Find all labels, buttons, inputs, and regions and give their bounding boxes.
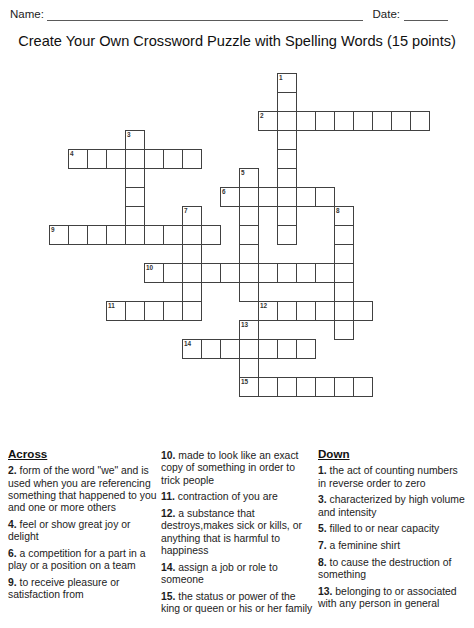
clue-number-label: 7. <box>318 540 327 551</box>
grid-cell-r8c7[interactable] <box>182 225 202 245</box>
grid-cell-r6c9[interactable]: 6 <box>220 187 240 207</box>
grid-cell-r13c15[interactable] <box>334 320 354 340</box>
grid-cell-r12c7[interactable] <box>182 301 202 321</box>
grid-cell-r10c14[interactable] <box>315 263 335 283</box>
grid-cell-r16c16[interactable] <box>353 377 373 397</box>
clue-text: to cause the destruction of something <box>318 557 451 580</box>
name-label: Name: <box>10 8 44 21</box>
clue-number-label: 5. <box>318 523 327 534</box>
grid-cell-r2c17[interactable] <box>372 111 392 131</box>
cell-number-1: 1 <box>279 74 283 81</box>
clue-item-13: 13. belonging to or associated with any … <box>318 586 468 611</box>
grid-cell-r16c12[interactable] <box>277 377 297 397</box>
cell-number-2: 2 <box>260 112 264 119</box>
clue-text: made to look like an exact copy of somet… <box>161 450 298 486</box>
grid-cell-r15c10[interactable] <box>239 358 259 378</box>
grid-cell-r9c15[interactable] <box>334 244 354 264</box>
grid-cell-r8c15[interactable] <box>334 225 354 245</box>
clue-text: the act of counting numbers in reverse o… <box>318 465 458 488</box>
grid-cell-r11c10[interactable] <box>239 282 259 302</box>
grid-cell-r10c7[interactable] <box>182 263 202 283</box>
grid-cell-r16c10[interactable]: 15 <box>239 377 259 397</box>
clue-item-14: 14. assign a job or role to someone <box>161 562 315 587</box>
grid-cell-r14c11[interactable] <box>258 339 278 359</box>
clue-text: characterized by high volume and intensi… <box>318 494 465 517</box>
clue-number-label: 6. <box>8 548 17 559</box>
grid-cell-r5c12[interactable] <box>277 168 297 188</box>
cell-number-14: 14 <box>184 340 191 347</box>
clue-item-10: 10. made to look like an exact copy of s… <box>161 450 315 487</box>
grid-cell-r10c10[interactable] <box>239 263 259 283</box>
grid-cell-r5c10[interactable]: 5 <box>239 168 259 188</box>
clue-item-3: 3. characterized by high volume and inte… <box>318 494 468 519</box>
grid-cell-r12c15[interactable] <box>334 301 354 321</box>
cell-number-11: 11 <box>108 302 115 309</box>
clue-number-label: 4. <box>8 519 17 530</box>
grid-cell-r4c12[interactable] <box>277 149 297 169</box>
clue-text: contraction of you are <box>175 491 278 502</box>
clue-text: a substance that destroys,makes sick or … <box>161 508 302 556</box>
cell-number-5: 5 <box>241 169 245 176</box>
grid-cell-r14c9[interactable] <box>220 339 240 359</box>
grid-cell-r10c13[interactable] <box>296 263 316 283</box>
grid-cell-r6c4[interactable] <box>125 187 145 207</box>
header: Name: Date: <box>10 6 448 21</box>
cell-number-3: 3 <box>127 131 131 138</box>
cell-number-12: 12 <box>260 302 267 309</box>
clue-number-label: 9. <box>8 577 17 588</box>
grid-cell-r10c8[interactable] <box>201 263 221 283</box>
clue-item-4: 4. feel or show great joy or delight <box>8 519 160 544</box>
clue-item-2: 2. form of the word "we" and is used whe… <box>8 465 160 514</box>
clue-item-8: 8. to cause the destruction of something <box>318 557 468 582</box>
grid-cell-r12c13[interactable] <box>296 301 316 321</box>
grid-cell-r6c10[interactable] <box>239 187 259 207</box>
clue-item-1: 1. the act of counting numbers in revers… <box>318 465 468 490</box>
date-input-line[interactable] <box>404 6 448 21</box>
clue-text: filled to or near capacity <box>327 523 440 534</box>
clue-number-label: 2. <box>8 465 17 476</box>
clue-item-12: 12. a substance that destroys,makes sick… <box>161 508 315 557</box>
grid-cell-r6c13[interactable] <box>296 187 316 207</box>
grid-cell-r10c9[interactable] <box>220 263 240 283</box>
clue-number-label: 13. <box>318 586 332 597</box>
grid-cell-r11c7[interactable] <box>182 282 202 302</box>
clue-text: assign a job or role to someone <box>161 562 278 585</box>
grid-cell-r9c10[interactable] <box>239 244 259 264</box>
grid-cell-r12c3[interactable]: 11 <box>106 301 126 321</box>
grid-cell-r6c11[interactable] <box>258 187 278 207</box>
grid-cell-r8c12[interactable] <box>277 225 297 245</box>
grid-cell-r12c14[interactable] <box>315 301 335 321</box>
clue-number-label: 1. <box>318 465 327 476</box>
cell-number-10: 10 <box>146 264 153 271</box>
cell-number-15: 15 <box>241 378 248 385</box>
grid-cell-r4c2[interactable] <box>87 149 107 169</box>
grid-cell-r16c11[interactable] <box>258 377 278 397</box>
grid-cell-r12c5[interactable] <box>144 301 164 321</box>
grid-cell-r4c7[interactable] <box>182 149 202 169</box>
grid-cell-r7c7[interactable]: 7 <box>182 206 202 226</box>
clue-item-5: 5. filled to or near capacity <box>318 523 468 535</box>
grid-cell-r8c1[interactable] <box>68 225 88 245</box>
clue-item-11: 11. contraction of you are <box>161 491 315 503</box>
clue-text: form of the word "we" and is used when y… <box>8 465 156 513</box>
cell-number-4: 4 <box>70 150 74 157</box>
clue-number-label: 8. <box>318 557 327 568</box>
crossword-grid: 123456789101112131415 <box>49 73 430 397</box>
grid-cell-r16c13[interactable] <box>296 377 316 397</box>
grid-cell-r14c13[interactable] <box>296 339 316 359</box>
grid-cell-r12c6[interactable] <box>163 301 183 321</box>
clue-text: the status or power of the king or queen… <box>161 591 312 614</box>
grid-cell-r2c15[interactable] <box>334 111 354 131</box>
name-input-line[interactable] <box>47 6 363 21</box>
across-clues-column-2: 10. made to look like an exact copy of s… <box>161 448 315 620</box>
grid-cell-r3c12[interactable] <box>277 130 297 150</box>
grid-cell-r16c14[interactable] <box>315 377 335 397</box>
grid-cell-r8c5[interactable] <box>144 225 164 245</box>
grid-cell-r4c6[interactable] <box>163 149 183 169</box>
clue-number-label: 11. <box>161 491 175 502</box>
across-clue-list-2: 10. made to look like an exact copy of s… <box>161 450 315 616</box>
clue-text: to receive pleasure or satisfaction from <box>8 577 119 600</box>
grid-cell-r2c18[interactable] <box>391 111 411 131</box>
down-heading: Down <box>318 448 468 460</box>
grid-cell-r14c12[interactable] <box>277 339 297 359</box>
down-clues-column: Down 1. the act of counting numbers in r… <box>318 448 468 615</box>
clue-number-label: 3. <box>318 494 327 505</box>
clue-number-label: 12. <box>161 508 175 519</box>
grid-cell-r3c4[interactable]: 3 <box>125 130 145 150</box>
grid-cell-r14c8[interactable] <box>201 339 221 359</box>
cell-number-9: 9 <box>51 226 55 233</box>
grid-cell-r10c15[interactable] <box>334 263 354 283</box>
grid-cell-r12c16[interactable] <box>353 301 373 321</box>
clue-text: a feminine shirt <box>327 540 400 551</box>
grid-cell-r2c19[interactable] <box>410 111 430 131</box>
grid-cell-r8c10[interactable] <box>239 225 259 245</box>
grid-cell-r8c4[interactable] <box>125 225 145 245</box>
grid-cell-r10c6[interactable] <box>163 263 183 283</box>
grid-cell-r16c15[interactable] <box>334 377 354 397</box>
grid-cell-r7c4[interactable] <box>125 206 145 226</box>
grid-cell-r12c11[interactable]: 12 <box>258 301 278 321</box>
grid-cell-r2c13[interactable] <box>296 111 316 131</box>
grid-cell-r7c12[interactable] <box>277 206 297 226</box>
grid-cell-r10c5[interactable]: 10 <box>144 263 164 283</box>
down-clue-list: 1. the act of counting numbers in revers… <box>318 465 468 610</box>
cell-number-7: 7 <box>184 207 188 214</box>
grid-cell-r8c2[interactable] <box>87 225 107 245</box>
grid-cell-r14c7[interactable]: 14 <box>182 339 202 359</box>
grid-cell-r12c12[interactable] <box>277 301 297 321</box>
clue-text: feel or show great joy or delight <box>8 519 130 542</box>
grid-cell-r2c12[interactable] <box>277 111 297 131</box>
clue-number-label: 15. <box>161 591 175 602</box>
clue-number-label: 10. <box>161 450 175 461</box>
grid-cell-r4c1[interactable]: 4 <box>68 149 88 169</box>
clue-item-9: 9. to receive pleasure or satisfaction f… <box>8 577 160 602</box>
grid-cell-r11c15[interactable] <box>334 282 354 302</box>
date-label: Date: <box>373 8 401 21</box>
grid-cell-r4c5[interactable] <box>144 149 164 169</box>
clue-text: a competition for a part in a play or a … <box>8 548 145 571</box>
grid-cell-r4c3[interactable] <box>106 149 126 169</box>
across-clues-column-1: Across 2. form of the word "we" and is u… <box>8 448 160 606</box>
grid-cell-r10c11[interactable] <box>258 263 278 283</box>
grid-cell-r8c6[interactable] <box>163 225 183 245</box>
clue-number-label: 14. <box>161 562 175 573</box>
clue-item-6: 6. a competition for a part in a play or… <box>8 548 160 573</box>
grid-cell-r8c8[interactable] <box>201 225 221 245</box>
clue-item-15: 15. the status or power of the king or q… <box>161 591 315 616</box>
grid-cell-r6c14[interactable] <box>315 187 335 207</box>
grid-cell-r13c10[interactable]: 13 <box>239 320 259 340</box>
grid-cell-r8c0[interactable]: 9 <box>49 225 69 245</box>
cell-number-13: 13 <box>241 321 248 328</box>
grid-cell-r2c16[interactable] <box>353 111 373 131</box>
grid-cell-r10c12[interactable] <box>277 263 297 283</box>
across-heading: Across <box>8 448 160 460</box>
clue-text: belonging to or associated with any pers… <box>318 586 457 609</box>
grid-cell-r0c12[interactable]: 1 <box>277 73 297 93</box>
grid-cell-r9c7[interactable] <box>182 244 202 264</box>
grid-cell-r7c10[interactable] <box>239 206 259 226</box>
grid-cell-r7c15[interactable]: 8 <box>334 206 354 226</box>
across-clue-list-1: 2. form of the word "we" and is used whe… <box>8 465 160 601</box>
grid-cell-r1c12[interactable] <box>277 92 297 112</box>
grid-cell-r8c3[interactable] <box>106 225 126 245</box>
grid-cell-r4c4[interactable] <box>125 149 145 169</box>
worksheet-page: Name: Date: Create Your Own Crossword Pu… <box>0 0 474 628</box>
grid-cell-r2c14[interactable] <box>315 111 335 131</box>
grid-cell-r2c11[interactable]: 2 <box>258 111 278 131</box>
grid-cell-r14c10[interactable] <box>239 339 259 359</box>
cell-number-8: 8 <box>336 207 340 214</box>
page-title: Create Your Own Crossword Puzzle with Sp… <box>0 33 474 49</box>
grid-cell-r12c4[interactable] <box>125 301 145 321</box>
grid-cell-r6c12[interactable] <box>277 187 297 207</box>
grid-cell-r5c4[interactable] <box>125 168 145 188</box>
cell-number-6: 6 <box>222 188 226 195</box>
clue-item-7: 7. a feminine shirt <box>318 540 468 552</box>
